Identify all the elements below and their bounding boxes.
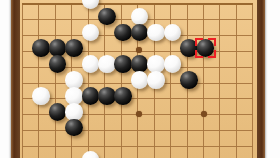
black-stone [180, 71, 198, 89]
black-stone [49, 103, 67, 121]
white-stone [147, 55, 165, 73]
black-stone [114, 87, 132, 105]
black-stone [98, 8, 116, 26]
star-point [201, 111, 207, 117]
grid-vertical-line [55, 4, 56, 159]
white-stone [131, 8, 149, 26]
marker-corner-bl [195, 50, 203, 58]
white-stone [82, 55, 100, 73]
gomoku-app-screenshot [0, 0, 280, 158]
grid-horizontal-line [22, 146, 253, 147]
black-stone [49, 39, 67, 57]
black-stone [98, 87, 116, 105]
white-stone [164, 55, 182, 73]
black-stone [65, 39, 83, 57]
grid-horizontal-line [22, 98, 253, 99]
black-stone [114, 55, 132, 73]
grid-horizontal-line [22, 130, 253, 131]
grid-vertical-line [22, 4, 23, 159]
white-stone [82, 0, 100, 9]
grid-vertical-line [38, 4, 39, 159]
black-stone [82, 87, 100, 105]
black-stone [131, 55, 149, 73]
black-stone [114, 24, 132, 42]
white-stone [147, 24, 165, 42]
black-stone [49, 55, 67, 73]
white-stone [131, 71, 149, 89]
grid-vertical-line [219, 4, 220, 159]
white-stone [32, 87, 50, 105]
star-point [136, 47, 142, 53]
star-point [136, 111, 142, 117]
black-stone [65, 119, 83, 137]
last-move-marker [195, 38, 216, 58]
marker-corner-br [208, 50, 216, 58]
white-stone [65, 103, 83, 121]
marker-corner-tr [208, 38, 216, 46]
white-stone [82, 151, 100, 158]
white-stone [98, 55, 116, 73]
white-stone [65, 87, 83, 105]
grid-vertical-line [104, 4, 105, 159]
black-stone [131, 24, 149, 42]
marker-corner-tl [195, 38, 203, 46]
grid-horizontal-line [22, 3, 253, 5]
white-stone [164, 24, 182, 42]
white-stone [147, 71, 165, 89]
white-stone [65, 71, 83, 89]
white-stone [82, 24, 100, 42]
grid-vertical-line [203, 4, 204, 159]
black-stone [32, 39, 50, 57]
gomoku-board[interactable] [0, 0, 280, 158]
grid-vertical-line [252, 4, 253, 159]
grid-vertical-line [236, 4, 237, 159]
